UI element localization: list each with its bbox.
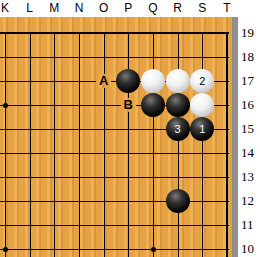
stone-white-Q17 <box>141 69 165 93</box>
column-label-Q: Q <box>148 1 157 15</box>
move-number: 3 <box>175 124 181 135</box>
row-label-11: 11 <box>241 217 260 233</box>
move-number: 2 <box>199 76 205 87</box>
board-shadow <box>232 17 238 257</box>
column-label-M: M <box>49 1 59 15</box>
go-board: 231AB <box>0 17 232 257</box>
column-label-T: T <box>223 1 230 15</box>
row-label-10: 10 <box>241 241 260 257</box>
column-label-O: O <box>99 1 108 15</box>
row-label-15: 15 <box>241 121 260 137</box>
marker-label-A: A <box>96 74 111 88</box>
stone-black-R15: 3 <box>166 117 190 141</box>
column-label-N: N <box>75 1 84 15</box>
move-number: 1 <box>199 124 205 135</box>
column-label-R: R <box>173 1 182 15</box>
stone-white-S16 <box>190 93 214 117</box>
row-label-13: 13 <box>241 169 260 185</box>
marker-label-B: B <box>121 98 136 112</box>
stone-black-R16 <box>166 93 190 117</box>
stone-white-R17 <box>166 69 190 93</box>
row-label-12: 12 <box>241 193 260 209</box>
column-label-K: K <box>1 1 9 15</box>
stone-white-S17: 2 <box>190 69 214 93</box>
stones-layer: 231AB <box>0 21 239 257</box>
column-label-P: P <box>124 1 132 15</box>
row-label-17: 17 <box>241 73 260 89</box>
go-position-diagram: 231AB KLMNOPQRST 19181716151413121110 <box>0 0 260 257</box>
row-label-16: 16 <box>241 97 260 113</box>
row-label-14: 14 <box>241 145 260 161</box>
row-label-19: 19 <box>241 25 260 41</box>
stone-black-R12 <box>166 189 190 213</box>
stone-black-P17 <box>116 69 140 93</box>
column-label-S: S <box>198 1 206 15</box>
column-label-L: L <box>26 1 33 15</box>
stone-black-S15: 1 <box>190 117 214 141</box>
row-label-18: 18 <box>241 49 260 65</box>
stone-black-Q16 <box>141 93 165 117</box>
